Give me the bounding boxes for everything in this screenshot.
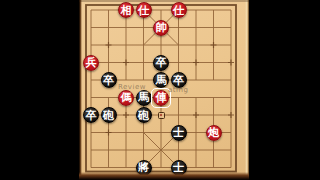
xiangqi-board-area[interactable]: Review ating 相仕仕帥兵卒卒馬卒傌馬俥卒砲砲士炮將士 <box>79 0 249 180</box>
black-bar-right <box>249 0 320 180</box>
piece-red-advisor[interactable]: 仕 <box>171 2 187 18</box>
piece-red-pawn[interactable]: 兵 <box>83 55 99 71</box>
board-edge-shadow-left <box>79 0 82 180</box>
piece-red-horse[interactable]: 傌 <box>118 90 134 106</box>
black-bar-left <box>0 0 79 180</box>
piece-black-cannon[interactable]: 砲 <box>136 107 152 123</box>
piece-black-horse[interactable]: 馬 <box>136 90 152 106</box>
piece-black-pawn[interactable]: 卒 <box>153 55 169 71</box>
piece-black-pawn[interactable]: 卒 <box>171 72 187 88</box>
piece-red-cannon[interactable]: 炮 <box>206 125 222 141</box>
piece-red-chariot[interactable]: 俥 <box>153 90 169 106</box>
piece-red-elephant[interactable]: 相 <box>118 2 134 18</box>
piece-black-horse[interactable]: 馬 <box>153 72 169 88</box>
piece-red-advisor[interactable]: 仕 <box>136 2 152 18</box>
board-edge-shadow-top <box>79 0 249 2</box>
piece-black-pawn[interactable]: 卒 <box>83 107 99 123</box>
piece-black-cannon[interactable]: 砲 <box>101 107 117 123</box>
piece-black-pawn[interactable]: 卒 <box>101 72 117 88</box>
piece-black-advisor[interactable]: 士 <box>171 125 187 141</box>
board-edge-shadow-bottom <box>79 172 249 180</box>
board-edge-highlight-right <box>245 0 249 180</box>
piece-red-king[interactable]: 帥 <box>153 20 169 36</box>
last-move-origin-marker <box>158 112 165 119</box>
